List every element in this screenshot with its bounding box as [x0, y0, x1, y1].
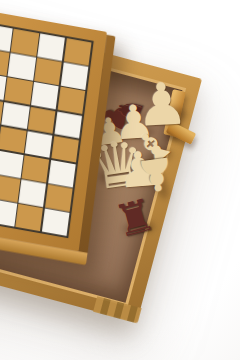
- board-lid: [0, 0, 107, 251]
- board-square: [64, 38, 92, 65]
- photo-scene: ♟♞♟♟♟♝♛♟♟♜: [0, 0, 240, 360]
- board-square: [8, 53, 36, 80]
- board-square: [0, 175, 20, 202]
- board-square: [45, 184, 73, 211]
- board-square: [42, 209, 70, 236]
- board-square: [31, 82, 59, 109]
- board-square: [11, 29, 39, 56]
- board-square: [0, 199, 17, 226]
- board-square: [2, 102, 30, 129]
- board-square: [28, 107, 56, 134]
- board-square: [5, 78, 33, 105]
- board-square: [34, 58, 62, 85]
- board-square: [37, 33, 65, 60]
- board-square: [0, 151, 23, 178]
- board-square: [57, 87, 85, 114]
- board-square: [25, 131, 53, 158]
- board-square: [15, 204, 43, 231]
- board-square: [61, 63, 89, 90]
- board-square: [48, 160, 76, 187]
- board-square: [22, 155, 50, 182]
- board-square: [51, 136, 79, 163]
- chessboard: [0, 3, 94, 238]
- board-square: [19, 180, 47, 207]
- board-square: [0, 126, 26, 153]
- board-square: [54, 111, 82, 138]
